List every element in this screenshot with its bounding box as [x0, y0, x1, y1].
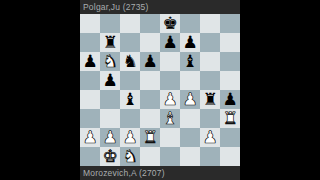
square-d1[interactable] — [140, 147, 160, 166]
square-f5[interactable] — [180, 71, 200, 90]
white-pawn-b2: ♟ — [102, 128, 117, 147]
black-pawn-f7: ♟ — [182, 33, 197, 52]
square-b2[interactable]: ♟ — [100, 128, 120, 147]
square-h2[interactable] — [220, 128, 240, 147]
player-label-white: Morozevich,A (2707) — [80, 166, 240, 180]
square-f3[interactable] — [180, 109, 200, 128]
black-rook-g4: ♜ — [202, 90, 217, 109]
square-g8[interactable] — [200, 14, 220, 33]
square-f7[interactable]: ♟ — [180, 33, 200, 52]
square-c3[interactable] — [120, 109, 140, 128]
square-a6[interactable]: ♟ — [80, 52, 100, 71]
square-d8[interactable] — [140, 14, 160, 33]
square-h7[interactable] — [220, 33, 240, 52]
black-pawn-h4: ♟ — [222, 90, 237, 109]
square-h4[interactable]: ♟ — [220, 90, 240, 109]
square-h3[interactable]: ♜ — [220, 109, 240, 128]
square-h1[interactable] — [220, 147, 240, 166]
black-bishop-c4: ♝ — [122, 90, 137, 109]
chess-panel: Polgar,Ju (2735) ♚♜♟♟♟♞♞♟♝♟♝♟♟♜♟♝♜♟♟♟♜♟♚… — [80, 0, 240, 180]
square-b6[interactable]: ♞ — [100, 52, 120, 71]
square-e4[interactable]: ♟ — [160, 90, 180, 109]
square-b4[interactable] — [100, 90, 120, 109]
square-g7[interactable] — [200, 33, 220, 52]
square-a3[interactable] — [80, 109, 100, 128]
square-d7[interactable] — [140, 33, 160, 52]
square-c4[interactable]: ♝ — [120, 90, 140, 109]
square-e5[interactable] — [160, 71, 180, 90]
square-b7[interactable]: ♜ — [100, 33, 120, 52]
square-g2[interactable]: ♟ — [200, 128, 220, 147]
square-c6[interactable]: ♞ — [120, 52, 140, 71]
square-f4[interactable]: ♟ — [180, 90, 200, 109]
square-c1[interactable]: ♞ — [120, 147, 140, 166]
black-pawn-d6: ♟ — [142, 52, 157, 71]
square-d5[interactable] — [140, 71, 160, 90]
square-d2[interactable]: ♜ — [140, 128, 160, 147]
black-king-e8: ♚ — [162, 14, 177, 33]
black-rook-b7: ♜ — [102, 33, 117, 52]
black-pawn-e7: ♟ — [162, 33, 177, 52]
square-a1[interactable] — [80, 147, 100, 166]
square-h5[interactable] — [220, 71, 240, 90]
white-pawn-e4: ♟ — [162, 90, 177, 109]
square-d6[interactable]: ♟ — [140, 52, 160, 71]
white-rook-d2: ♜ — [142, 128, 157, 147]
square-g1[interactable] — [200, 147, 220, 166]
square-f2[interactable] — [180, 128, 200, 147]
white-pawn-f4: ♟ — [182, 90, 197, 109]
black-pawn-a6: ♟ — [82, 52, 97, 71]
square-e7[interactable]: ♟ — [160, 33, 180, 52]
square-h6[interactable] — [220, 52, 240, 71]
white-pawn-g2: ♟ — [202, 128, 217, 147]
square-e2[interactable] — [160, 128, 180, 147]
square-b8[interactable] — [100, 14, 120, 33]
square-c8[interactable] — [120, 14, 140, 33]
white-pawn-a2: ♟ — [82, 128, 97, 147]
square-g3[interactable] — [200, 109, 220, 128]
white-king-b1: ♚ — [102, 147, 117, 166]
square-f8[interactable] — [180, 14, 200, 33]
black-knight-c6: ♞ — [122, 52, 137, 71]
square-g6[interactable] — [200, 52, 220, 71]
square-e3[interactable]: ♝ — [160, 109, 180, 128]
square-d4[interactable] — [140, 90, 160, 109]
square-a4[interactable] — [80, 90, 100, 109]
square-f6[interactable]: ♝ — [180, 52, 200, 71]
square-d3[interactable] — [140, 109, 160, 128]
square-a7[interactable] — [80, 33, 100, 52]
square-b5[interactable]: ♟ — [100, 71, 120, 90]
square-c2[interactable]: ♟ — [120, 128, 140, 147]
black-bishop-f6: ♝ — [182, 52, 197, 71]
app-window: Polgar,Ju (2735) ♚♜♟♟♟♞♞♟♝♟♝♟♟♜♟♝♜♟♟♟♜♟♚… — [0, 0, 320, 180]
square-a5[interactable] — [80, 71, 100, 90]
square-c5[interactable] — [120, 71, 140, 90]
white-rook-h3: ♜ — [222, 109, 237, 128]
square-e1[interactable] — [160, 147, 180, 166]
white-knight-b6: ♞ — [102, 52, 117, 71]
square-e8[interactable]: ♚ — [160, 14, 180, 33]
square-g5[interactable] — [200, 71, 220, 90]
square-f1[interactable] — [180, 147, 200, 166]
player-label-black: Polgar,Ju (2735) — [80, 0, 240, 14]
square-a8[interactable] — [80, 14, 100, 33]
square-b3[interactable] — [100, 109, 120, 128]
chess-board: ♚♜♟♟♟♞♞♟♝♟♝♟♟♜♟♝♜♟♟♟♜♟♚♞ — [80, 14, 240, 166]
square-c7[interactable] — [120, 33, 140, 52]
square-e6[interactable] — [160, 52, 180, 71]
square-g4[interactable]: ♜ — [200, 90, 220, 109]
white-pawn-c2: ♟ — [122, 128, 137, 147]
black-pawn-b5: ♟ — [102, 71, 117, 90]
square-b1[interactable]: ♚ — [100, 147, 120, 166]
white-knight-c1: ♞ — [122, 147, 137, 166]
square-a2[interactable]: ♟ — [80, 128, 100, 147]
square-h8[interactable] — [220, 14, 240, 33]
white-bishop-e3: ♝ — [162, 109, 177, 128]
